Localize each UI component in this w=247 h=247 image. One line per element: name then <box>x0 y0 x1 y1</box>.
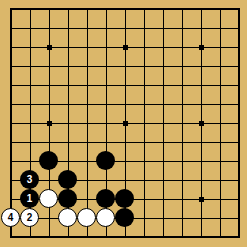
black-stone-move-1: 1 <box>20 189 39 208</box>
go-board: 3142 <box>0 0 247 247</box>
white-stone <box>77 208 96 227</box>
black-stone <box>58 189 77 208</box>
black-stone <box>96 189 115 208</box>
white-stone <box>58 208 77 227</box>
white-stone-move-2: 2 <box>20 208 39 227</box>
black-stone <box>96 151 115 170</box>
black-stone-move-3: 3 <box>20 170 39 189</box>
white-stone-move-4: 4 <box>1 208 20 227</box>
black-stone <box>115 189 134 208</box>
black-stone <box>115 208 134 227</box>
black-stone <box>39 151 58 170</box>
white-stone <box>96 208 115 227</box>
black-stone <box>58 170 77 189</box>
stone-layer: 3142 <box>1 0 247 246</box>
white-stone <box>39 189 58 208</box>
